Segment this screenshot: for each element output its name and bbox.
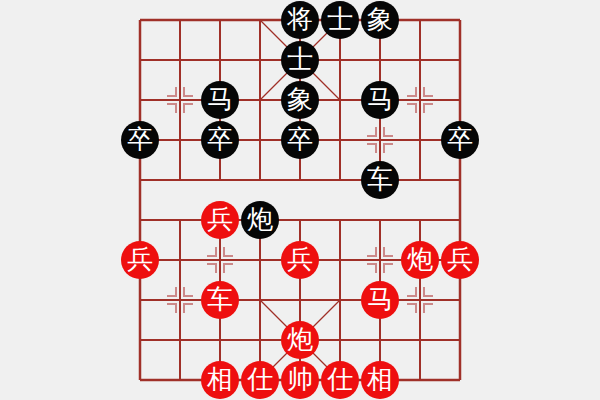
point-7-8[interactable] bbox=[400, 320, 440, 360]
point-1-1[interactable] bbox=[160, 40, 200, 80]
black-horse[interactable]: 马 bbox=[361, 81, 399, 119]
point-8-7[interactable] bbox=[440, 280, 480, 320]
black-elephant[interactable]: 象 bbox=[361, 1, 399, 39]
point-8-6[interactable]: 兵 bbox=[440, 240, 480, 280]
black-soldier[interactable]: 卒 bbox=[201, 121, 239, 159]
point-7-7[interactable] bbox=[400, 280, 440, 320]
black-general[interactable]: 将 bbox=[281, 1, 319, 39]
point-3-7[interactable] bbox=[240, 280, 280, 320]
point-4-3[interactable]: 卒 bbox=[280, 120, 320, 160]
point-1-0[interactable] bbox=[160, 0, 200, 40]
point-8-2[interactable] bbox=[440, 80, 480, 120]
point-4-4[interactable] bbox=[280, 160, 320, 200]
point-4-2[interactable]: 象 bbox=[280, 80, 320, 120]
point-6-6[interactable] bbox=[360, 240, 400, 280]
point-0-9[interactable] bbox=[120, 360, 160, 400]
point-0-6[interactable]: 兵 bbox=[120, 240, 160, 280]
red-elephant[interactable]: 相 bbox=[201, 361, 239, 399]
red-cannon[interactable]: 炮 bbox=[281, 321, 319, 359]
point-3-8[interactable] bbox=[240, 320, 280, 360]
black-soldier[interactable]: 卒 bbox=[121, 121, 159, 159]
point-2-9[interactable]: 相 bbox=[200, 360, 240, 400]
point-2-3[interactable]: 卒 bbox=[200, 120, 240, 160]
board-grid: 将士象士马象马卒卒卒卒车兵炮兵兵炮兵车马炮相仕帅仕相 bbox=[120, 0, 480, 400]
point-0-2[interactable] bbox=[120, 80, 160, 120]
point-0-3[interactable]: 卒 bbox=[120, 120, 160, 160]
red-soldier[interactable]: 兵 bbox=[121, 241, 159, 279]
red-elephant[interactable]: 相 bbox=[361, 361, 399, 399]
point-8-5[interactable] bbox=[440, 200, 480, 240]
point-4-1[interactable]: 士 bbox=[280, 40, 320, 80]
point-2-8[interactable] bbox=[200, 320, 240, 360]
point-2-6[interactable] bbox=[200, 240, 240, 280]
point-8-4[interactable] bbox=[440, 160, 480, 200]
point-8-0[interactable] bbox=[440, 0, 480, 40]
point-8-3[interactable]: 卒 bbox=[440, 120, 480, 160]
point-7-1[interactable] bbox=[400, 40, 440, 80]
point-3-1[interactable] bbox=[240, 40, 280, 80]
point-5-2[interactable] bbox=[320, 80, 360, 120]
red-advisor[interactable]: 仕 bbox=[241, 361, 279, 399]
black-advisor[interactable]: 士 bbox=[281, 41, 319, 79]
point-7-2[interactable] bbox=[400, 80, 440, 120]
point-8-8[interactable] bbox=[440, 320, 480, 360]
point-0-5[interactable] bbox=[120, 200, 160, 240]
point-2-2[interactable]: 马 bbox=[200, 80, 240, 120]
point-1-5[interactable] bbox=[160, 200, 200, 240]
point-5-9[interactable]: 仕 bbox=[320, 360, 360, 400]
point-0-4[interactable] bbox=[120, 160, 160, 200]
point-6-9[interactable]: 相 bbox=[360, 360, 400, 400]
point-6-1[interactable] bbox=[360, 40, 400, 80]
point-1-3[interactable] bbox=[160, 120, 200, 160]
point-7-4[interactable] bbox=[400, 160, 440, 200]
point-3-2[interactable] bbox=[240, 80, 280, 120]
red-soldier[interactable]: 兵 bbox=[441, 241, 479, 279]
point-0-8[interactable] bbox=[120, 320, 160, 360]
black-elephant[interactable]: 象 bbox=[281, 81, 319, 119]
red-advisor[interactable]: 仕 bbox=[321, 361, 359, 399]
xiangqi-board: 将士象士马象马卒卒卒卒车兵炮兵兵炮兵车马炮相仕帅仕相 bbox=[0, 0, 600, 400]
point-3-4[interactable] bbox=[240, 160, 280, 200]
point-2-5[interactable]: 兵 bbox=[200, 200, 240, 240]
point-4-5[interactable] bbox=[280, 200, 320, 240]
point-1-7[interactable] bbox=[160, 280, 200, 320]
point-1-4[interactable] bbox=[160, 160, 200, 200]
red-general[interactable]: 帅 bbox=[281, 361, 319, 399]
point-4-7[interactable] bbox=[280, 280, 320, 320]
point-4-9[interactable]: 帅 bbox=[280, 360, 320, 400]
point-8-9[interactable] bbox=[440, 360, 480, 400]
point-0-0[interactable] bbox=[120, 0, 160, 40]
point-2-7[interactable]: 车 bbox=[200, 280, 240, 320]
point-4-0[interactable]: 将 bbox=[280, 0, 320, 40]
point-5-7[interactable] bbox=[320, 280, 360, 320]
point-3-9[interactable]: 仕 bbox=[240, 360, 280, 400]
black-cannon[interactable]: 炮 bbox=[241, 201, 279, 239]
red-soldier[interactable]: 兵 bbox=[281, 241, 319, 279]
red-cannon[interactable]: 炮 bbox=[401, 241, 439, 279]
red-chariot[interactable]: 车 bbox=[201, 281, 239, 319]
black-soldier[interactable]: 卒 bbox=[281, 121, 319, 159]
point-6-0[interactable]: 象 bbox=[360, 0, 400, 40]
point-1-8[interactable] bbox=[160, 320, 200, 360]
point-2-1[interactable] bbox=[200, 40, 240, 80]
point-3-3[interactable] bbox=[240, 120, 280, 160]
black-soldier[interactable]: 卒 bbox=[441, 121, 479, 159]
point-1-9[interactable] bbox=[160, 360, 200, 400]
point-1-6[interactable] bbox=[160, 240, 200, 280]
point-5-4[interactable] bbox=[320, 160, 360, 200]
black-chariot[interactable]: 车 bbox=[361, 161, 399, 199]
point-4-8[interactable]: 炮 bbox=[280, 320, 320, 360]
red-soldier[interactable]: 兵 bbox=[201, 201, 239, 239]
point-7-0[interactable] bbox=[400, 0, 440, 40]
black-advisor[interactable]: 士 bbox=[321, 1, 359, 39]
point-6-5[interactable] bbox=[360, 200, 400, 240]
red-horse[interactable]: 马 bbox=[361, 281, 399, 319]
point-6-7[interactable]: 马 bbox=[360, 280, 400, 320]
point-7-5[interactable] bbox=[400, 200, 440, 240]
point-6-4[interactable]: 车 bbox=[360, 160, 400, 200]
point-5-8[interactable] bbox=[320, 320, 360, 360]
point-6-8[interactable] bbox=[360, 320, 400, 360]
point-5-5[interactable] bbox=[320, 200, 360, 240]
point-6-3[interactable] bbox=[360, 120, 400, 160]
point-3-6[interactable] bbox=[240, 240, 280, 280]
point-3-0[interactable] bbox=[240, 0, 280, 40]
point-5-6[interactable] bbox=[320, 240, 360, 280]
black-horse[interactable]: 马 bbox=[201, 81, 239, 119]
point-6-2[interactable]: 马 bbox=[360, 80, 400, 120]
point-2-0[interactable] bbox=[200, 0, 240, 40]
point-2-4[interactable] bbox=[200, 160, 240, 200]
point-5-1[interactable] bbox=[320, 40, 360, 80]
point-3-5[interactable]: 炮 bbox=[240, 200, 280, 240]
point-8-1[interactable] bbox=[440, 40, 480, 80]
point-5-0[interactable]: 士 bbox=[320, 0, 360, 40]
point-4-6[interactable]: 兵 bbox=[280, 240, 320, 280]
point-1-2[interactable] bbox=[160, 80, 200, 120]
point-7-6[interactable]: 炮 bbox=[400, 240, 440, 280]
point-0-7[interactable] bbox=[120, 280, 160, 320]
point-0-1[interactable] bbox=[120, 40, 160, 80]
point-7-9[interactable] bbox=[400, 360, 440, 400]
point-5-3[interactable] bbox=[320, 120, 360, 160]
point-7-3[interactable] bbox=[400, 120, 440, 160]
